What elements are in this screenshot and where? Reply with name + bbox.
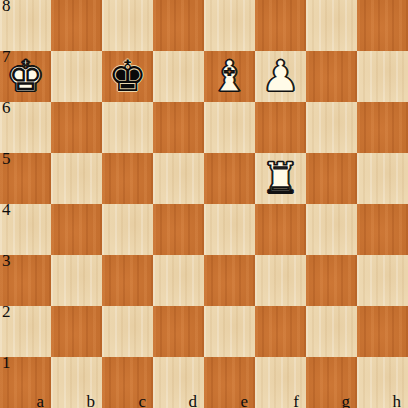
- rank-label-1: 1: [2, 354, 11, 373]
- square-c1[interactable]: c: [102, 357, 153, 408]
- file-label-h: h: [393, 393, 402, 408]
- square-g5[interactable]: [306, 153, 357, 204]
- square-h8[interactable]: [357, 0, 408, 51]
- square-e8[interactable]: [204, 0, 255, 51]
- square-g1[interactable]: g: [306, 357, 357, 408]
- square-b2[interactable]: [51, 306, 102, 357]
- square-b4[interactable]: [51, 204, 102, 255]
- square-f1[interactable]: f: [255, 357, 306, 408]
- square-g8[interactable]: [306, 0, 357, 51]
- square-c6[interactable]: [102, 102, 153, 153]
- piece-black-king-c7[interactable]: ♚: [102, 51, 153, 102]
- square-f5[interactable]: ♜: [255, 153, 306, 204]
- square-a7[interactable]: 7♚: [0, 51, 51, 102]
- piece-white-pawn-f7[interactable]: ♟: [255, 51, 306, 102]
- square-d7[interactable]: [153, 51, 204, 102]
- file-label-e: e: [240, 393, 248, 408]
- square-h1[interactable]: h: [357, 357, 408, 408]
- rank-label-6: 6: [2, 99, 11, 118]
- rank-label-2: 2: [2, 303, 11, 322]
- piece-white-bishop-e7[interactable]: ♝: [204, 51, 255, 102]
- square-e5[interactable]: [204, 153, 255, 204]
- square-d6[interactable]: [153, 102, 204, 153]
- square-f4[interactable]: [255, 204, 306, 255]
- square-h2[interactable]: [357, 306, 408, 357]
- square-a6[interactable]: 6: [0, 102, 51, 153]
- square-g4[interactable]: [306, 204, 357, 255]
- square-a5[interactable]: 5: [0, 153, 51, 204]
- file-label-a: a: [36, 393, 44, 408]
- square-h6[interactable]: [357, 102, 408, 153]
- file-label-f: f: [293, 393, 299, 408]
- file-label-c: c: [138, 393, 146, 408]
- square-b8[interactable]: [51, 0, 102, 51]
- square-h4[interactable]: [357, 204, 408, 255]
- square-b6[interactable]: [51, 102, 102, 153]
- square-b7[interactable]: [51, 51, 102, 102]
- square-e7[interactable]: ♝: [204, 51, 255, 102]
- square-f8[interactable]: [255, 0, 306, 51]
- square-h7[interactable]: [357, 51, 408, 102]
- square-e2[interactable]: [204, 306, 255, 357]
- square-g6[interactable]: [306, 102, 357, 153]
- square-a8[interactable]: 8: [0, 0, 51, 51]
- square-g3[interactable]: [306, 255, 357, 306]
- square-d5[interactable]: [153, 153, 204, 204]
- rank-label-4: 4: [2, 201, 11, 220]
- file-label-d: d: [189, 393, 198, 408]
- square-a4[interactable]: 4: [0, 204, 51, 255]
- square-g7[interactable]: [306, 51, 357, 102]
- chess-board: 87♚♚♝♟65♜4321abcdefgh: [0, 0, 408, 408]
- square-c7[interactable]: ♚: [102, 51, 153, 102]
- square-c5[interactable]: [102, 153, 153, 204]
- square-f6[interactable]: [255, 102, 306, 153]
- square-d8[interactable]: [153, 0, 204, 51]
- square-d4[interactable]: [153, 204, 204, 255]
- square-a2[interactable]: 2: [0, 306, 51, 357]
- file-label-b: b: [87, 393, 96, 408]
- square-f2[interactable]: [255, 306, 306, 357]
- square-c8[interactable]: [102, 0, 153, 51]
- square-c2[interactable]: [102, 306, 153, 357]
- square-g2[interactable]: [306, 306, 357, 357]
- square-c4[interactable]: [102, 204, 153, 255]
- rank-label-8: 8: [2, 0, 11, 16]
- square-a1[interactable]: 1a: [0, 357, 51, 408]
- square-d2[interactable]: [153, 306, 204, 357]
- square-b1[interactable]: b: [51, 357, 102, 408]
- square-d1[interactable]: d: [153, 357, 204, 408]
- square-d3[interactable]: [153, 255, 204, 306]
- square-e1[interactable]: e: [204, 357, 255, 408]
- square-b3[interactable]: [51, 255, 102, 306]
- square-e3[interactable]: [204, 255, 255, 306]
- square-b5[interactable]: [51, 153, 102, 204]
- square-a3[interactable]: 3: [0, 255, 51, 306]
- square-f7[interactable]: ♟: [255, 51, 306, 102]
- rank-label-5: 5: [2, 150, 11, 169]
- rank-label-7: 7: [2, 48, 11, 67]
- square-h5[interactable]: [357, 153, 408, 204]
- square-e6[interactable]: [204, 102, 255, 153]
- square-h3[interactable]: [357, 255, 408, 306]
- piece-white-rook-f5[interactable]: ♜: [255, 153, 306, 204]
- square-c3[interactable]: [102, 255, 153, 306]
- square-f3[interactable]: [255, 255, 306, 306]
- square-e4[interactable]: [204, 204, 255, 255]
- file-label-g: g: [342, 393, 351, 408]
- rank-label-3: 3: [2, 252, 11, 271]
